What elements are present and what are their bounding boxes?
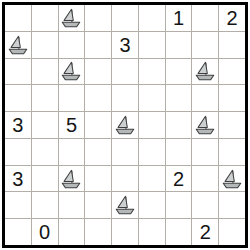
cell-r6c6[interactable]: 2 bbox=[166, 166, 192, 192]
cell-r2c7[interactable] bbox=[192, 59, 218, 85]
cell-r2c1[interactable] bbox=[32, 59, 58, 85]
sailboat-icon bbox=[220, 168, 244, 192]
clue-digit: 0 bbox=[39, 222, 50, 242]
cell-r8c1[interactable]: 0 bbox=[32, 219, 58, 245]
cell-r4c5[interactable] bbox=[139, 112, 165, 138]
cell-r5c8[interactable] bbox=[219, 139, 245, 165]
cell-r8c6[interactable] bbox=[166, 219, 192, 245]
cell-r0c5[interactable] bbox=[139, 5, 165, 31]
cell-r5c5[interactable] bbox=[139, 139, 165, 165]
cell-r4c1[interactable] bbox=[32, 112, 58, 138]
cell-r0c6[interactable]: 1 bbox=[166, 5, 192, 31]
cell-r3c1[interactable] bbox=[32, 85, 58, 111]
clue-digit: 5 bbox=[66, 115, 77, 135]
cell-r3c4[interactable] bbox=[112, 85, 138, 111]
cell-r0c0[interactable] bbox=[5, 5, 31, 31]
sailboat-icon bbox=[6, 34, 30, 58]
cell-r7c3[interactable] bbox=[85, 192, 111, 218]
sailboat-icon bbox=[59, 168, 83, 192]
cell-r5c7[interactable] bbox=[192, 139, 218, 165]
cell-r5c1[interactable] bbox=[32, 139, 58, 165]
cell-r1c1[interactable] bbox=[32, 32, 58, 58]
cell-r1c8[interactable] bbox=[219, 32, 245, 58]
cell-r1c0[interactable] bbox=[5, 32, 31, 58]
clue-digit: 2 bbox=[227, 8, 238, 28]
cell-r6c2[interactable] bbox=[59, 166, 85, 192]
cell-r5c4[interactable] bbox=[112, 139, 138, 165]
cell-r3c3[interactable] bbox=[85, 85, 111, 111]
cell-r7c6[interactable] bbox=[166, 192, 192, 218]
cell-r7c5[interactable] bbox=[139, 192, 165, 218]
cell-r4c8[interactable] bbox=[219, 112, 245, 138]
cell-r8c4[interactable] bbox=[112, 219, 138, 245]
cell-r1c2[interactable] bbox=[59, 32, 85, 58]
puzzle-board: 12 3 35 3 bbox=[2, 2, 248, 248]
cell-r1c5[interactable] bbox=[139, 32, 165, 58]
cell-r6c7[interactable] bbox=[192, 166, 218, 192]
cell-r5c3[interactable] bbox=[85, 139, 111, 165]
cell-r4c6[interactable] bbox=[166, 112, 192, 138]
cell-r2c5[interactable] bbox=[139, 59, 165, 85]
cell-r6c0[interactable]: 3 bbox=[5, 166, 31, 192]
cell-r2c6[interactable] bbox=[166, 59, 192, 85]
sailboat-icon bbox=[193, 114, 217, 138]
cell-r2c2[interactable] bbox=[59, 59, 85, 85]
cell-r6c8[interactable] bbox=[219, 166, 245, 192]
cell-r5c2[interactable] bbox=[59, 139, 85, 165]
cell-r7c7[interactable] bbox=[192, 192, 218, 218]
cell-r0c3[interactable] bbox=[85, 5, 111, 31]
sailboat-icon bbox=[113, 194, 137, 218]
cell-r0c1[interactable] bbox=[32, 5, 58, 31]
sailboat-icon bbox=[59, 60, 83, 84]
cell-r2c3[interactable] bbox=[85, 59, 111, 85]
cell-r2c8[interactable] bbox=[219, 59, 245, 85]
cell-r6c5[interactable] bbox=[139, 166, 165, 192]
cell-r4c2[interactable]: 5 bbox=[59, 112, 85, 138]
cell-r8c7[interactable]: 2 bbox=[192, 219, 218, 245]
cell-r1c4[interactable]: 3 bbox=[112, 32, 138, 58]
cell-r7c1[interactable] bbox=[32, 192, 58, 218]
cell-r3c0[interactable] bbox=[5, 85, 31, 111]
clue-digit: 3 bbox=[119, 35, 130, 55]
cell-r0c8[interactable]: 2 bbox=[219, 5, 245, 31]
clue-digit: 3 bbox=[12, 115, 23, 135]
cell-r3c2[interactable] bbox=[59, 85, 85, 111]
cell-r1c7[interactable] bbox=[192, 32, 218, 58]
cell-r4c4[interactable] bbox=[112, 112, 138, 138]
clue-digit: 2 bbox=[200, 222, 211, 242]
clue-digit: 2 bbox=[173, 169, 184, 189]
clue-digit: 3 bbox=[12, 169, 23, 189]
cell-r0c4[interactable] bbox=[112, 5, 138, 31]
cell-r7c2[interactable] bbox=[59, 192, 85, 218]
clue-digit: 1 bbox=[173, 8, 184, 28]
cell-r2c0[interactable] bbox=[5, 59, 31, 85]
cell-r1c3[interactable] bbox=[85, 32, 111, 58]
cell-r6c3[interactable] bbox=[85, 166, 111, 192]
cell-r2c4[interactable] bbox=[112, 59, 138, 85]
cell-r4c3[interactable] bbox=[85, 112, 111, 138]
cell-r4c7[interactable] bbox=[192, 112, 218, 138]
cell-r3c7[interactable] bbox=[192, 85, 218, 111]
cell-r5c0[interactable] bbox=[5, 139, 31, 165]
cell-r3c5[interactable] bbox=[139, 85, 165, 111]
cell-r8c2[interactable] bbox=[59, 219, 85, 245]
cell-r4c0[interactable]: 3 bbox=[5, 112, 31, 138]
cell-r6c1[interactable] bbox=[32, 166, 58, 192]
cell-r7c0[interactable] bbox=[5, 192, 31, 218]
sailboat-icon bbox=[113, 114, 137, 138]
cell-r7c4[interactable] bbox=[112, 192, 138, 218]
sailboat-icon bbox=[193, 60, 217, 84]
cell-r3c6[interactable] bbox=[166, 85, 192, 111]
cell-r8c8[interactable] bbox=[219, 219, 245, 245]
cell-r0c2[interactable] bbox=[59, 5, 85, 31]
cell-r7c8[interactable] bbox=[219, 192, 245, 218]
cell-r3c8[interactable] bbox=[219, 85, 245, 111]
cell-r8c3[interactable] bbox=[85, 219, 111, 245]
cell-r8c0[interactable] bbox=[5, 219, 31, 245]
cell-r6c4[interactable] bbox=[112, 166, 138, 192]
cell-r1c6[interactable] bbox=[166, 32, 192, 58]
cell-r5c6[interactable] bbox=[166, 139, 192, 165]
cell-r8c5[interactable] bbox=[139, 219, 165, 245]
cell-r0c7[interactable] bbox=[192, 5, 218, 31]
sailboat-icon bbox=[59, 7, 83, 31]
